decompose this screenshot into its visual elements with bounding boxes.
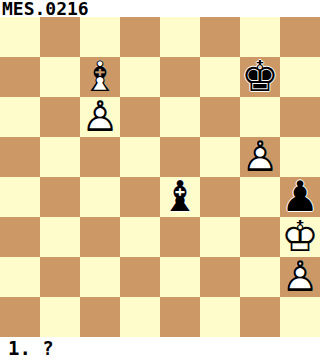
square-a1[interactable] [0, 297, 40, 337]
square-b4[interactable] [40, 177, 80, 217]
square-d7[interactable] [120, 57, 160, 97]
square-d6[interactable] [120, 97, 160, 137]
square-f1[interactable] [200, 297, 240, 337]
square-g5[interactable]: ♟♙ [240, 137, 280, 177]
square-g2[interactable] [240, 257, 280, 297]
white-king: ♔ [280, 217, 320, 257]
square-h4[interactable]: ♟ [280, 177, 320, 217]
square-a3[interactable] [0, 217, 40, 257]
square-f8[interactable] [200, 17, 240, 57]
white-pawn-fill: ♟ [80, 97, 120, 137]
square-c4[interactable] [80, 177, 120, 217]
square-g7[interactable]: ♚ [240, 57, 280, 97]
move-prompt: 1. ? [0, 337, 320, 360]
square-e7[interactable] [160, 57, 200, 97]
square-c1[interactable] [80, 297, 120, 337]
square-g1[interactable] [240, 297, 280, 337]
square-h5[interactable] [280, 137, 320, 177]
square-c8[interactable] [80, 17, 120, 57]
square-d1[interactable] [120, 297, 160, 337]
white-pawn-fill: ♟ [280, 257, 320, 297]
square-c6[interactable]: ♟♙ [80, 97, 120, 137]
square-f2[interactable] [200, 257, 240, 297]
square-h2[interactable]: ♟♙ [280, 257, 320, 297]
black-pawn: ♟ [280, 177, 320, 217]
square-b5[interactable] [40, 137, 80, 177]
square-c7[interactable]: ♝♗ [80, 57, 120, 97]
square-a4[interactable] [0, 177, 40, 217]
square-h6[interactable] [280, 97, 320, 137]
square-a6[interactable] [0, 97, 40, 137]
square-e8[interactable] [160, 17, 200, 57]
square-d2[interactable] [120, 257, 160, 297]
square-b8[interactable] [40, 17, 80, 57]
square-b2[interactable] [40, 257, 80, 297]
square-a5[interactable] [0, 137, 40, 177]
white-pawn: ♙ [280, 257, 320, 297]
square-d5[interactable] [120, 137, 160, 177]
white-pawn: ♙ [240, 137, 280, 177]
square-a8[interactable] [0, 17, 40, 57]
white-king-fill: ♚ [280, 217, 320, 257]
square-d8[interactable] [120, 17, 160, 57]
square-c5[interactable] [80, 137, 120, 177]
white-bishop-fill: ♝ [80, 57, 120, 97]
square-f7[interactable] [200, 57, 240, 97]
square-e1[interactable] [160, 297, 200, 337]
square-f6[interactable] [200, 97, 240, 137]
square-b6[interactable] [40, 97, 80, 137]
square-b7[interactable] [40, 57, 80, 97]
square-f5[interactable] [200, 137, 240, 177]
square-b1[interactable] [40, 297, 80, 337]
square-e2[interactable] [160, 257, 200, 297]
square-c2[interactable] [80, 257, 120, 297]
square-b3[interactable] [40, 217, 80, 257]
square-a7[interactable] [0, 57, 40, 97]
square-f3[interactable] [200, 217, 240, 257]
square-g8[interactable] [240, 17, 280, 57]
white-bishop: ♗ [80, 57, 120, 97]
square-a2[interactable] [0, 257, 40, 297]
square-f4[interactable] [200, 177, 240, 217]
square-e3[interactable] [160, 217, 200, 257]
diagram-title: MES.0216 [0, 0, 320, 17]
square-d4[interactable] [120, 177, 160, 217]
square-c3[interactable] [80, 217, 120, 257]
square-g3[interactable] [240, 217, 280, 257]
square-h8[interactable] [280, 17, 320, 57]
square-h1[interactable] [280, 297, 320, 337]
square-d3[interactable] [120, 217, 160, 257]
square-e5[interactable] [160, 137, 200, 177]
chess-board: ♝♗♚♟♙♟♙♝♟♚♔♟♙ [0, 17, 320, 337]
white-pawn-fill: ♟ [240, 137, 280, 177]
square-g6[interactable] [240, 97, 280, 137]
black-bishop: ♝ [160, 177, 200, 217]
square-e6[interactable] [160, 97, 200, 137]
square-h7[interactable] [280, 57, 320, 97]
black-king: ♚ [240, 57, 280, 97]
white-pawn: ♙ [80, 97, 120, 137]
square-h3[interactable]: ♚♔ [280, 217, 320, 257]
square-e4[interactable]: ♝ [160, 177, 200, 217]
square-g4[interactable] [240, 177, 280, 217]
